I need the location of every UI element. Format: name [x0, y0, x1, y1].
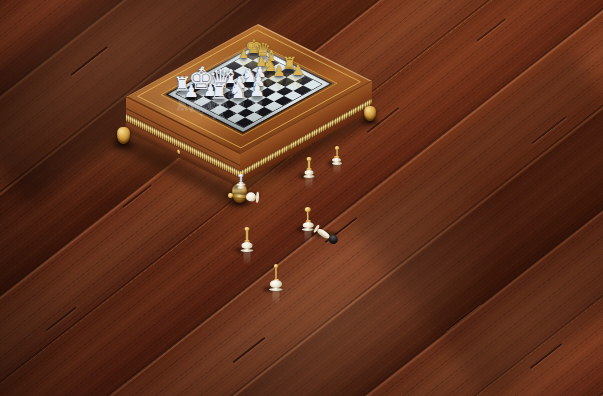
piece-body	[242, 242, 253, 249]
piece-reflection	[244, 251, 251, 265]
piece-stem	[307, 212, 310, 220]
piece-stem	[308, 161, 311, 168]
piece-stem	[275, 268, 278, 278]
floor-piece[interactable]	[269, 264, 283, 291]
scene-floor: ♟♟♟♟♜♜♟♟♟♟♞♞♞♞♟♟♞♞♟♟♜♜♝♝♟♟♝♝♛♛♟♟♛♛♟♟♚♚♟♟…	[0, 0, 603, 396]
piece-reflection	[306, 177, 313, 189]
floor-pieces-layer	[0, 0, 603, 396]
piece-stem	[232, 194, 246, 197]
piece-base	[332, 162, 342, 165]
floor-piece[interactable]	[237, 174, 246, 189]
floor-piece[interactable]	[304, 157, 315, 178]
floor-piece-fallen[interactable]	[312, 222, 343, 248]
floor-piece-fallen[interactable]	[228, 189, 265, 204]
piece-base	[241, 249, 254, 252]
piece-base	[304, 175, 315, 178]
piece-stem	[246, 231, 249, 240]
piece-base	[256, 192, 260, 203]
piece-reflection	[334, 164, 341, 174]
piece-reflection	[273, 290, 280, 305]
piece-body	[246, 192, 257, 202]
floor-piece[interactable]	[332, 146, 342, 165]
piece-base	[269, 288, 283, 291]
piece-body	[270, 280, 282, 287]
floor-piece[interactable]	[241, 227, 254, 252]
floor-piece[interactable]	[302, 207, 314, 231]
